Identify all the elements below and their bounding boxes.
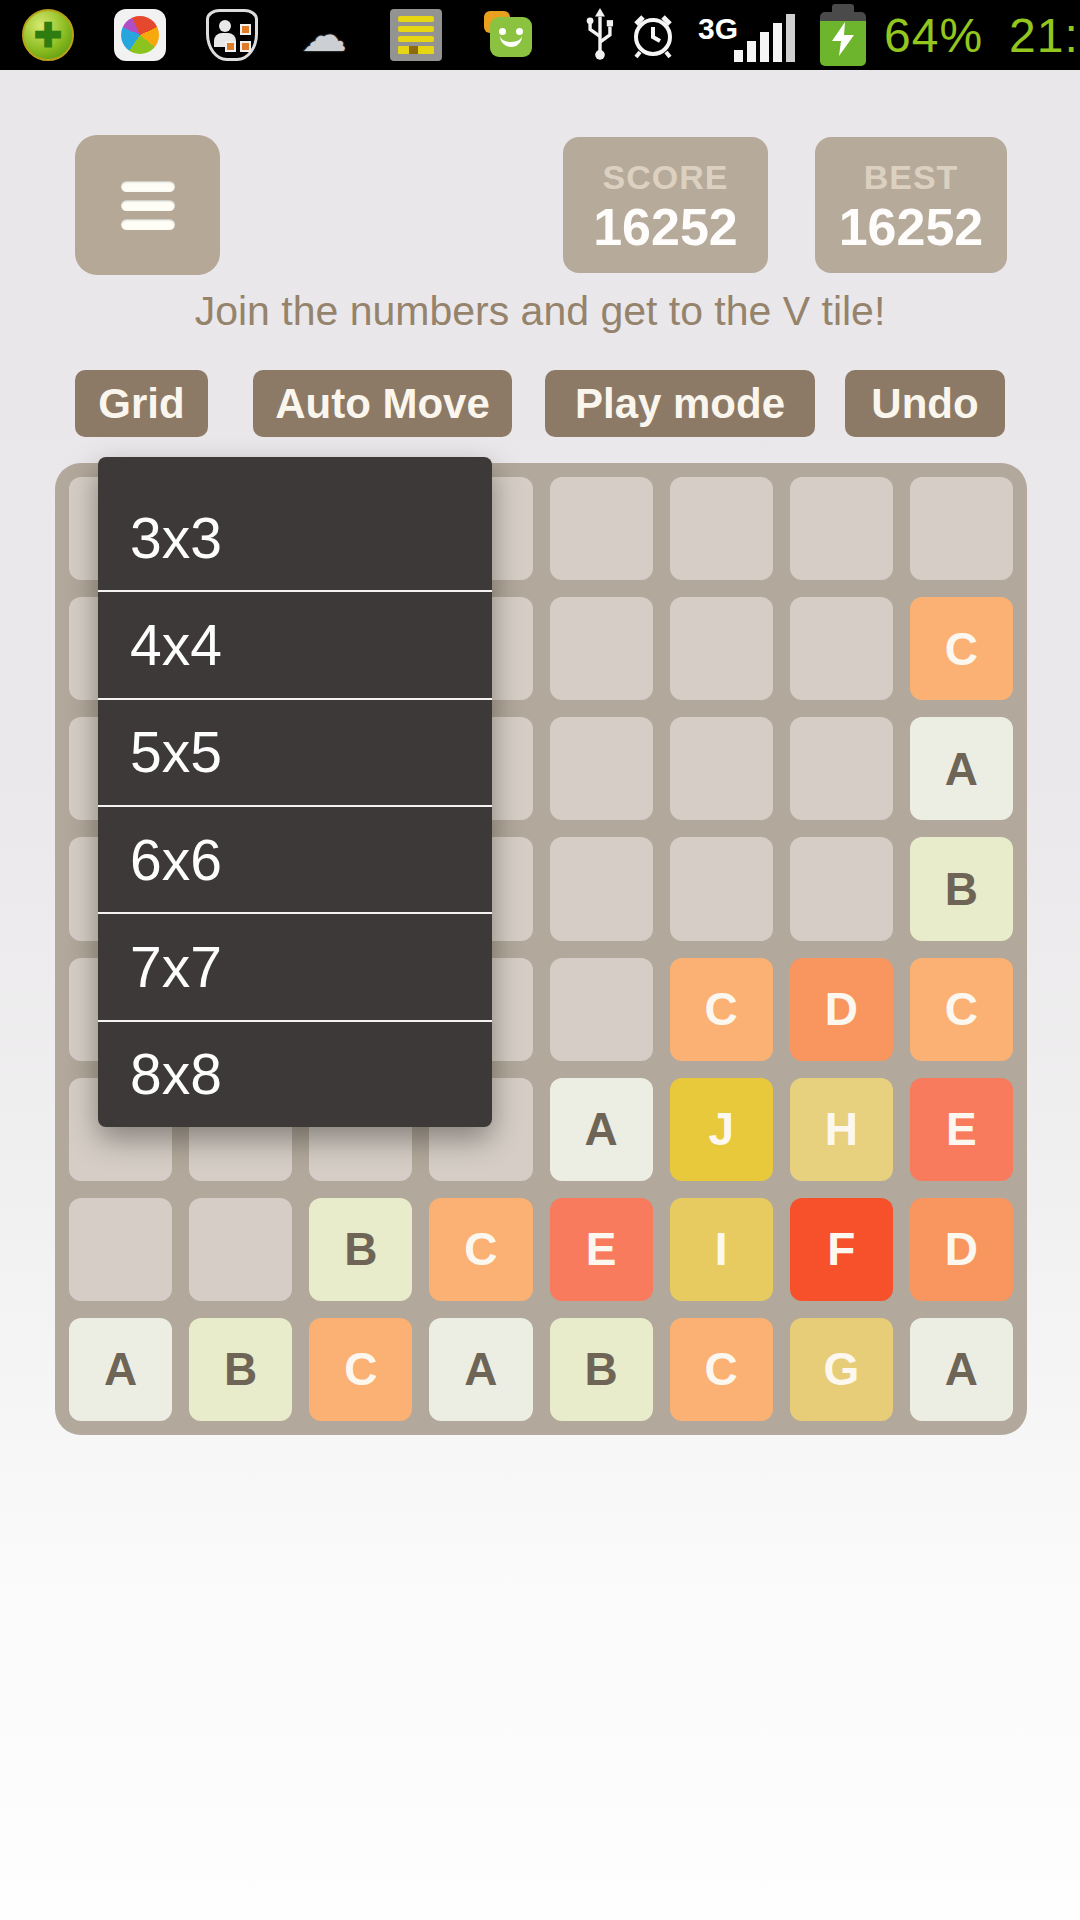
tile-B: B	[550, 1318, 653, 1421]
score-box: SCORE 16252	[563, 137, 768, 273]
tile-B: B	[910, 837, 1013, 940]
tile-F: F	[790, 1198, 893, 1301]
tile-B: B	[309, 1198, 412, 1301]
board-cell-empty	[550, 477, 653, 580]
battery-percent-label: 64%	[884, 8, 983, 63]
board-cell-empty	[670, 837, 773, 940]
board-cell-empty	[670, 597, 773, 700]
tile-A: A	[910, 1318, 1013, 1421]
grid-size-option-5x5[interactable]: 5x5	[98, 698, 492, 805]
tile-C: C	[429, 1198, 532, 1301]
play-mode-button[interactable]: Play mode	[545, 370, 815, 437]
grid-size-option-7x7[interactable]: 7x7	[98, 912, 492, 1019]
board-cell-empty	[189, 1198, 292, 1301]
best-box: BEST 16252	[815, 137, 1007, 273]
tile-E: E	[910, 1078, 1013, 1181]
board-cell-empty	[790, 837, 893, 940]
tile-I: I	[670, 1198, 773, 1301]
tile-C: C	[910, 597, 1013, 700]
menu-button[interactable]	[75, 135, 220, 275]
notification-icons: ✚ ☁	[8, 9, 626, 61]
board-cell-empty	[69, 1198, 172, 1301]
board-cell-empty	[670, 477, 773, 580]
tile-D: D	[910, 1198, 1013, 1301]
auto-move-button[interactable]: Auto Move	[253, 370, 512, 437]
network-type-label: 3G	[698, 14, 738, 44]
score-label: SCORE	[603, 158, 729, 197]
subtitle: Join the numbers and get to the V tile!	[0, 288, 1080, 335]
hamburger-icon	[121, 181, 175, 192]
signal-bars-icon	[734, 12, 796, 62]
status-indicators: 3G 64% 21:56	[626, 4, 1080, 66]
board-cell-empty	[550, 958, 653, 1061]
best-label: BEST	[864, 158, 959, 197]
notes-app-icon	[390, 9, 442, 61]
signal-indicator: 3G	[698, 8, 796, 62]
tile-C: C	[910, 958, 1013, 1061]
best-value: 16252	[839, 201, 984, 253]
grid-button[interactable]: Grid	[75, 370, 208, 437]
tile-A: A	[910, 717, 1013, 820]
tile-E: E	[550, 1198, 653, 1301]
tile-A: A	[429, 1318, 532, 1421]
battery-charging-icon	[820, 4, 866, 66]
board-cell-empty	[790, 597, 893, 700]
tile-J: J	[670, 1078, 773, 1181]
tile-A: A	[550, 1078, 653, 1181]
messaging-icon	[482, 9, 534, 61]
grid-size-option-6x6[interactable]: 6x6	[98, 805, 492, 912]
browser-icon	[114, 9, 166, 61]
tile-C: C	[670, 958, 773, 1061]
board-cell-empty	[790, 477, 893, 580]
board-cell-empty	[670, 717, 773, 820]
contacts-shield-icon	[206, 9, 258, 61]
tile-A: A	[69, 1318, 172, 1421]
clock-label: 21:56	[1009, 8, 1080, 63]
tile-D: D	[790, 958, 893, 1061]
security-icon: ✚	[22, 9, 74, 61]
status-bar[interactable]: ✚ ☁	[0, 0, 1080, 70]
weather-icon: ☁	[298, 9, 350, 61]
undo-button[interactable]: Undo	[845, 370, 1005, 437]
alarm-clock-icon	[626, 8, 680, 62]
grid-size-menu: 3x34x45x56x67x78x8	[98, 457, 492, 1127]
tile-B: B	[189, 1318, 292, 1421]
usb-icon	[574, 9, 626, 61]
grid-size-option-3x3[interactable]: 3x3	[98, 485, 492, 590]
tile-H: H	[790, 1078, 893, 1181]
tile-C: C	[309, 1318, 412, 1421]
grid-size-option-8x8[interactable]: 8x8	[98, 1020, 492, 1127]
grid-size-option-4x4[interactable]: 4x4	[98, 590, 492, 697]
board-cell-empty	[550, 597, 653, 700]
board-cell-empty	[550, 717, 653, 820]
score-value: 16252	[593, 201, 738, 253]
tile-G: G	[790, 1318, 893, 1421]
board-cell-empty	[790, 717, 893, 820]
tile-C: C	[670, 1318, 773, 1421]
board-cell-empty	[910, 477, 1013, 580]
board-cell-empty	[550, 837, 653, 940]
